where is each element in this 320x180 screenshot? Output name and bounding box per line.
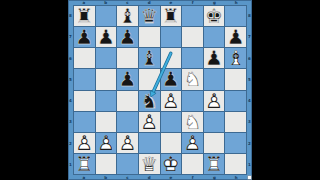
square-e4[interactable]: ♟♙ [161, 91, 182, 111]
square-c6[interactable] [117, 48, 138, 68]
white-knight: ♞♘ [182, 112, 203, 132]
file-label-c: c [117, 175, 139, 180]
white-pawn: ♟♙ [96, 133, 117, 153]
square-c5[interactable]: ♟ [117, 69, 138, 89]
square-b6[interactable] [96, 48, 117, 68]
black-bishop: ♝ [139, 48, 160, 68]
white-rook: ♜♖ [74, 154, 95, 174]
square-h8[interactable] [225, 6, 246, 26]
square-e6[interactable] [161, 48, 182, 68]
square-e7[interactable] [161, 27, 182, 47]
square-e2[interactable] [161, 133, 182, 153]
square-b2[interactable]: ♟♙ [96, 133, 117, 153]
white-queen: ♛♕ [139, 154, 160, 174]
square-e8[interactable]: ♜ [161, 6, 182, 26]
file-label-d: d [138, 175, 160, 180]
square-a4[interactable] [74, 91, 95, 111]
square-f7[interactable] [182, 27, 203, 47]
square-e3[interactable] [161, 112, 182, 132]
square-h5[interactable] [225, 69, 246, 89]
square-c7[interactable]: ♟ [117, 27, 138, 47]
square-c8[interactable]: ♝ [117, 6, 138, 26]
square-b5[interactable] [96, 69, 117, 89]
square-g5[interactable] [204, 69, 225, 89]
square-g1[interactable]: ♜♖ [204, 154, 225, 174]
square-d2[interactable] [139, 133, 160, 153]
square-g3[interactable] [204, 112, 225, 132]
square-b1[interactable] [96, 154, 117, 174]
square-b7[interactable]: ♟ [96, 27, 117, 47]
black-rook: ♜ [161, 6, 182, 26]
square-g7[interactable] [204, 27, 225, 47]
black-bishop: ♝ [117, 6, 138, 26]
square-b3[interactable] [96, 112, 117, 132]
square-h3[interactable] [225, 112, 246, 132]
square-g6[interactable]: ♟ [204, 48, 225, 68]
square-g4[interactable]: ♟♙ [204, 91, 225, 111]
white-pawn: ♟♙ [161, 91, 182, 111]
square-d8[interactable]: ♛ [139, 6, 160, 26]
square-a7[interactable]: ♟ [74, 27, 95, 47]
black-pawn: ♟ [117, 27, 138, 47]
square-h7[interactable]: ♟ [225, 27, 246, 47]
chess-board-frame: abcdefgh abcdefgh 87654321 87654321 ♜♝♛♜… [68, 0, 252, 180]
letterbox-left [0, 0, 68, 180]
square-e5[interactable]: ♟ [161, 69, 182, 89]
square-d5[interactable] [139, 69, 160, 89]
square-f2[interactable]: ♟♙ [182, 133, 203, 153]
file-label-e: e [160, 175, 182, 180]
file-label-a: a [73, 175, 95, 180]
square-d1[interactable]: ♛♕ [139, 154, 160, 174]
square-h4[interactable] [225, 91, 246, 111]
white-pawn: ♟♙ [182, 133, 203, 153]
square-a1[interactable]: ♜♖ [74, 154, 95, 174]
white-pawn: ♟♙ [117, 133, 138, 153]
white-bishop: ♝♗ [225, 48, 246, 68]
black-pawn: ♟ [204, 48, 225, 68]
file-label-h: h [225, 175, 247, 180]
square-e1[interactable]: ♚♔ [161, 154, 182, 174]
square-d6[interactable]: ♝ [139, 48, 160, 68]
square-d3[interactable]: ♟♙ [139, 112, 160, 132]
black-queen: ♛ [139, 6, 160, 26]
square-f3[interactable]: ♞♘ [182, 112, 203, 132]
file-label-f: f [182, 175, 204, 180]
video-frame: abcdefgh abcdefgh 87654321 87654321 ♜♝♛♜… [0, 0, 320, 180]
file-label-g: g [204, 175, 226, 180]
white-pawn: ♟♙ [204, 91, 225, 111]
black-pawn: ♟ [161, 69, 182, 89]
white-pawn: ♟♙ [74, 133, 95, 153]
white-knight: ♞♘ [182, 69, 203, 89]
square-d4[interactable]: ♞ [139, 91, 160, 111]
square-f8[interactable] [182, 6, 203, 26]
square-a5[interactable] [74, 69, 95, 89]
file-label-b: b [95, 175, 117, 180]
square-a8[interactable]: ♜ [74, 6, 95, 26]
black-pawn: ♟ [74, 27, 95, 47]
square-c3[interactable] [117, 112, 138, 132]
square-a2[interactable]: ♟♙ [74, 133, 95, 153]
white-to-move-indicator [248, 176, 252, 180]
white-king: ♚♔ [161, 154, 182, 174]
square-a3[interactable] [74, 112, 95, 132]
square-f6[interactable] [182, 48, 203, 68]
square-f4[interactable] [182, 91, 203, 111]
file-labels-bottom: abcdefgh [73, 175, 247, 180]
black-knight: ♞ [139, 91, 160, 111]
square-c1[interactable] [117, 154, 138, 174]
chess-board: ♜♝♛♜♚♟♟♟♟♝♟♝♗♟♟♞♘♞♟♙♟♙♟♙♞♘♟♙♟♙♟♙♟♙♜♖♛♕♚♔… [73, 5, 247, 175]
black-king: ♚ [204, 6, 225, 26]
letterbox-right [252, 0, 320, 180]
square-h2[interactable] [225, 133, 246, 153]
square-c4[interactable] [117, 91, 138, 111]
square-h6[interactable]: ♝♗ [225, 48, 246, 68]
white-rook: ♜♖ [204, 154, 225, 174]
white-pawn: ♟♙ [139, 112, 160, 132]
square-h1[interactable] [225, 154, 246, 174]
square-c2[interactable]: ♟♙ [117, 133, 138, 153]
black-pawn: ♟ [225, 27, 246, 47]
square-g8[interactable]: ♚ [204, 6, 225, 26]
black-pawn: ♟ [117, 69, 138, 89]
square-b4[interactable] [96, 91, 117, 111]
square-a6[interactable] [74, 48, 95, 68]
square-b8[interactable] [96, 6, 117, 26]
black-pawn: ♟ [96, 27, 117, 47]
square-f1[interactable] [182, 154, 203, 174]
black-rook: ♜ [74, 6, 95, 26]
square-d7[interactable] [139, 27, 160, 47]
square-g2[interactable] [204, 133, 225, 153]
square-f5[interactable]: ♞♘ [182, 69, 203, 89]
